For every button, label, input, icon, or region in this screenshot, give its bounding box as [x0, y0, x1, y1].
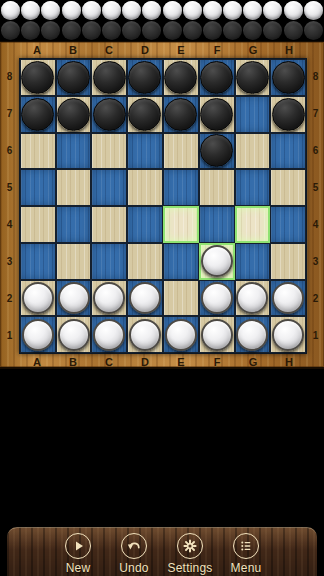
tray-white-piece — [203, 1, 222, 20]
square-a2[interactable] — [20, 280, 56, 317]
white-piece[interactable] — [272, 282, 304, 314]
file-label: C — [91, 42, 127, 58]
tray-white-row — [0, 0, 324, 20]
square-b4[interactable] — [56, 206, 92, 243]
black-piece[interactable] — [128, 98, 161, 131]
white-piece[interactable] — [129, 319, 161, 351]
tray-white-piece — [142, 1, 161, 20]
square-d8[interactable] — [127, 59, 163, 96]
square-f2[interactable] — [199, 280, 235, 317]
square-a6[interactable] — [20, 133, 56, 170]
tray-black-piece — [183, 21, 202, 40]
tray-black-piece — [284, 21, 303, 40]
black-piece[interactable] — [93, 98, 126, 131]
tray-black-piece — [223, 21, 242, 40]
menu-button-label: Menu — [231, 561, 262, 575]
square-c5[interactable] — [91, 169, 127, 206]
square-b7[interactable] — [56, 96, 92, 133]
rank-label: 7 — [0, 95, 19, 132]
black-piece[interactable] — [128, 61, 161, 94]
black-piece[interactable] — [164, 61, 197, 94]
square-e4[interactable] — [163, 206, 199, 243]
app-screen: ABCDEFGH ABCDEFGH 87654321 87654321 New … — [0, 0, 324, 576]
square-g1[interactable] — [235, 316, 271, 353]
file-labels-top: ABCDEFGH — [19, 42, 307, 58]
black-piece[interactable] — [200, 134, 233, 167]
white-piece[interactable] — [201, 282, 233, 314]
checkers-board: ABCDEFGH ABCDEFGH 87654321 87654321 — [0, 41, 324, 369]
tray-white-piece — [284, 1, 303, 20]
gear-icon — [177, 533, 203, 559]
square-d3[interactable] — [127, 243, 163, 280]
rank-label: 7 — [307, 95, 324, 132]
square-g6[interactable] — [235, 133, 271, 170]
file-labels-bottom: ABCDEFGH — [19, 354, 307, 370]
square-f6[interactable] — [199, 133, 235, 170]
square-c6[interactable] — [91, 133, 127, 170]
tray-black-row — [0, 20, 324, 40]
tray-black-piece — [21, 21, 40, 40]
square-b1[interactable] — [56, 316, 92, 353]
white-piece[interactable] — [22, 319, 54, 351]
black-piece[interactable] — [272, 98, 305, 131]
square-b3[interactable] — [56, 243, 92, 280]
square-g8[interactable] — [235, 59, 271, 96]
board-grid — [19, 58, 307, 354]
tray-white-piece — [263, 1, 282, 20]
square-h2[interactable] — [270, 280, 306, 317]
square-e2[interactable] — [163, 280, 199, 317]
file-label: D — [127, 42, 163, 58]
square-b6[interactable] — [56, 133, 92, 170]
rank-label: 2 — [307, 280, 324, 317]
white-piece[interactable] — [272, 319, 304, 351]
new-button-label: New — [66, 561, 91, 575]
tray-white-piece — [304, 1, 323, 20]
white-piece[interactable] — [93, 282, 125, 314]
square-f7[interactable] — [199, 96, 235, 133]
square-f5[interactable] — [199, 169, 235, 206]
square-f8[interactable] — [199, 59, 235, 96]
tray-black-piece — [263, 21, 282, 40]
tray-black-piece — [82, 21, 101, 40]
rank-label: 8 — [0, 58, 19, 95]
file-label: G — [235, 42, 271, 58]
square-h5[interactable] — [270, 169, 306, 206]
black-piece[interactable] — [21, 61, 54, 94]
square-e7[interactable] — [163, 96, 199, 133]
square-c2[interactable] — [91, 280, 127, 317]
square-a4[interactable] — [20, 206, 56, 243]
rank-label: 1 — [0, 317, 19, 354]
file-label: E — [163, 42, 199, 58]
square-e6[interactable] — [163, 133, 199, 170]
black-piece[interactable] — [200, 98, 233, 131]
white-piece[interactable] — [58, 282, 90, 314]
square-h8[interactable] — [270, 59, 306, 96]
new-button[interactable]: New — [55, 533, 102, 576]
tray-white-piece — [21, 1, 40, 20]
tray-black-piece — [41, 21, 60, 40]
square-c7[interactable] — [91, 96, 127, 133]
tray-white-piece — [223, 1, 242, 20]
square-c8[interactable] — [91, 59, 127, 96]
square-f3[interactable] — [199, 243, 235, 280]
file-label: D — [127, 354, 163, 370]
rank-labels-left: 87654321 — [0, 58, 19, 354]
file-label: A — [19, 354, 55, 370]
square-h1[interactable] — [270, 316, 306, 353]
file-label: H — [271, 42, 307, 58]
square-e3[interactable] — [163, 243, 199, 280]
square-e5[interactable] — [163, 169, 199, 206]
tray-white-piece — [122, 1, 141, 20]
white-piece[interactable] — [58, 319, 90, 351]
tray-white-piece — [102, 1, 121, 20]
rank-label: 3 — [0, 243, 19, 280]
tray-white-piece — [243, 1, 262, 20]
tray-black-piece — [203, 21, 222, 40]
file-label: B — [55, 42, 91, 58]
square-h6[interactable] — [270, 133, 306, 170]
square-a8[interactable] — [20, 59, 56, 96]
square-a3[interactable] — [20, 243, 56, 280]
settings-button[interactable]: Settings — [167, 533, 214, 576]
menu-list-icon — [233, 533, 259, 559]
tray-black-piece — [304, 21, 323, 40]
rank-label: 2 — [0, 280, 19, 317]
tray-black-piece — [122, 21, 141, 40]
black-piece[interactable] — [236, 61, 269, 94]
square-d2[interactable] — [127, 280, 163, 317]
rank-label: 8 — [307, 58, 324, 95]
file-label: F — [199, 354, 235, 370]
white-piece[interactable] — [201, 319, 233, 351]
file-label: F — [199, 42, 235, 58]
square-b8[interactable] — [56, 59, 92, 96]
file-label: B — [55, 354, 91, 370]
undo-button[interactable]: Undo — [111, 533, 158, 576]
tray-black-piece — [243, 21, 262, 40]
tray-black-piece — [142, 21, 161, 40]
rank-label: 3 — [307, 243, 324, 280]
tray-white-piece — [41, 1, 60, 20]
white-piece[interactable] — [129, 282, 161, 314]
bottom-toolbar: New Undo Settings — [7, 527, 317, 576]
rank-label: 4 — [307, 206, 324, 243]
square-g4[interactable] — [235, 206, 271, 243]
white-piece[interactable] — [236, 282, 268, 314]
undo-arrow-icon — [121, 533, 147, 559]
white-piece[interactable] — [93, 319, 125, 351]
play-icon — [65, 533, 91, 559]
white-piece[interactable] — [236, 319, 268, 351]
rank-labels-right: 87654321 — [307, 58, 324, 354]
rank-label: 6 — [307, 132, 324, 169]
square-g3[interactable] — [235, 243, 271, 280]
black-piece[interactable] — [200, 61, 233, 94]
rank-label: 4 — [0, 206, 19, 243]
tray-white-piece — [1, 1, 20, 20]
black-piece[interactable] — [21, 98, 54, 131]
file-label: H — [271, 354, 307, 370]
black-piece[interactable] — [57, 61, 90, 94]
square-b5[interactable] — [56, 169, 92, 206]
square-a1[interactable] — [20, 316, 56, 353]
square-f4[interactable] — [199, 206, 235, 243]
undo-button-label: Undo — [119, 561, 149, 575]
file-label: C — [91, 354, 127, 370]
file-label: A — [19, 42, 55, 58]
tray-white-piece — [62, 1, 81, 20]
black-piece[interactable] — [272, 61, 305, 94]
white-piece[interactable] — [165, 319, 197, 351]
tray-white-piece — [183, 1, 202, 20]
square-e1[interactable] — [163, 316, 199, 353]
square-e8[interactable] — [163, 59, 199, 96]
square-g5[interactable] — [235, 169, 271, 206]
file-label: E — [163, 354, 199, 370]
square-c3[interactable] — [91, 243, 127, 280]
tray-black-piece — [1, 21, 20, 40]
rank-label: 5 — [0, 169, 19, 206]
square-c1[interactable] — [91, 316, 127, 353]
settings-button-label: Settings — [168, 561, 213, 575]
tray-white-piece — [163, 1, 182, 20]
square-g2[interactable] — [235, 280, 271, 317]
square-d1[interactable] — [127, 316, 163, 353]
white-piece-selected[interactable] — [201, 245, 233, 277]
square-h3[interactable] — [270, 243, 306, 280]
square-h7[interactable] — [270, 96, 306, 133]
square-g7[interactable] — [235, 96, 271, 133]
square-d4[interactable] — [127, 206, 163, 243]
square-h4[interactable] — [270, 206, 306, 243]
rank-label: 1 — [307, 317, 324, 354]
square-b2[interactable] — [56, 280, 92, 317]
black-piece[interactable] — [57, 98, 90, 131]
file-label: G — [235, 354, 271, 370]
tray-black-piece — [163, 21, 182, 40]
tray-white-piece — [82, 1, 101, 20]
black-piece[interactable] — [164, 98, 197, 131]
square-c4[interactable] — [91, 206, 127, 243]
square-a7[interactable] — [20, 96, 56, 133]
square-f1[interactable] — [199, 316, 235, 353]
tray-black-piece — [102, 21, 121, 40]
square-d6[interactable] — [127, 133, 163, 170]
white-piece[interactable] — [22, 282, 54, 314]
rank-label: 5 — [307, 169, 324, 206]
menu-button[interactable]: Menu — [223, 533, 270, 576]
tray-black-piece — [62, 21, 81, 40]
square-d7[interactable] — [127, 96, 163, 133]
square-a5[interactable] — [20, 169, 56, 206]
black-piece[interactable] — [93, 61, 126, 94]
rank-label: 6 — [0, 132, 19, 169]
square-d5[interactable] — [127, 169, 163, 206]
